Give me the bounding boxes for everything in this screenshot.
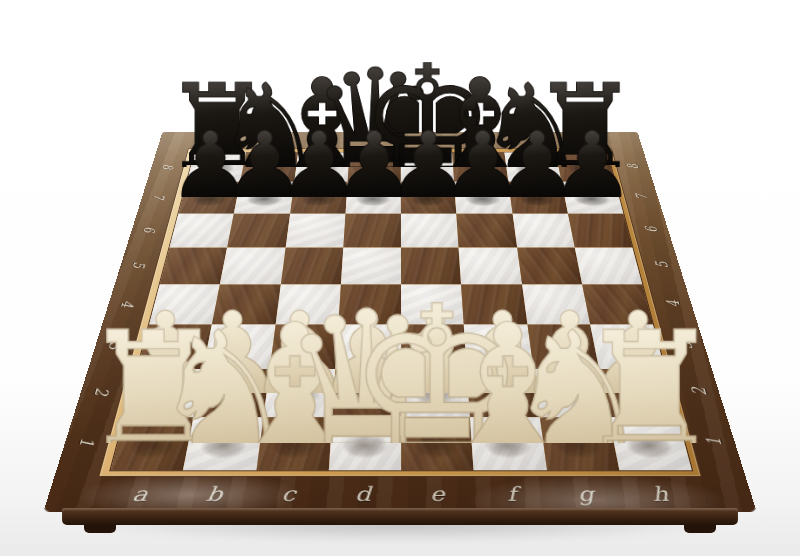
- rank-label-right-8: 8: [624, 164, 642, 169]
- rank-label-left-5: 5: [128, 262, 148, 268]
- square-a6[interactable]: [170, 213, 235, 247]
- chess-board: 87654321 87654321 abcdefgh www.staroyun.…: [43, 132, 756, 512]
- rank-label-right-6: 6: [641, 227, 661, 233]
- inner-border-band: ♜♞♝♛♚♝♞♜♟♟♟♟♟♟♟♟♟♟♟♟♟♟♟♟♜♞♝♛♚♝♞♜: [98, 148, 702, 476]
- board-front-edge: [62, 508, 738, 525]
- file-label-c: c: [281, 482, 297, 505]
- files-row: abcdefgh: [100, 482, 700, 507]
- file-label-e: e: [430, 482, 445, 505]
- square-h1[interactable]: ♜: [608, 417, 691, 470]
- rank-label-left-7: 7: [149, 194, 168, 199]
- square-h7[interactable]: ♟: [561, 182, 623, 214]
- rank-label-right-7: 7: [632, 194, 651, 199]
- file-label-g: g: [576, 482, 596, 505]
- file-label-f: f: [506, 482, 517, 505]
- board-foot-right: [684, 524, 716, 533]
- rank-label-left-6: 6: [139, 227, 159, 233]
- file-label-b: b: [205, 482, 225, 505]
- white-rook-h1[interactable]: ♜: [543, 278, 755, 443]
- file-label-h: h: [649, 482, 670, 505]
- rank-label-right-5: 5: [651, 262, 671, 268]
- rank-label-left-8: 8: [158, 164, 176, 169]
- photo-stage: 87654321 87654321 abcdefgh www.staroyun.…: [0, 0, 800, 556]
- square-b6[interactable]: [227, 213, 289, 247]
- file-label-a: a: [130, 482, 150, 505]
- black-pawn-h7[interactable]: ♟: [510, 102, 674, 197]
- board-brand-url: www.staroyun.com.tr: [561, 468, 685, 476]
- board-foot-left: [84, 524, 116, 533]
- file-label-d: d: [355, 482, 372, 505]
- square-h6[interactable]: [568, 213, 633, 247]
- board-grid: ♜♞♝♛♚♝♞♜♟♟♟♟♟♟♟♟♟♟♟♟♟♟♟♟♜♞♝♛♚♝♞♜: [109, 152, 693, 471]
